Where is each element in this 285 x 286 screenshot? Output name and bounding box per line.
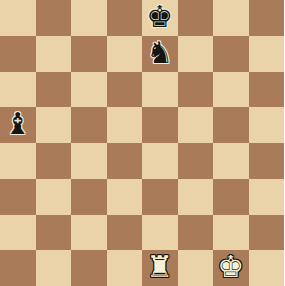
- square-h5[interactable]: [249, 107, 285, 143]
- square-g5[interactable]: [213, 107, 249, 143]
- square-d4[interactable]: [107, 143, 143, 179]
- white-rook[interactable]: ♜: [146, 252, 173, 282]
- square-h8[interactable]: [249, 0, 285, 36]
- square-h1[interactable]: [249, 250, 285, 286]
- square-f7[interactable]: [178, 36, 214, 72]
- square-d5[interactable]: [107, 107, 143, 143]
- chess-board: ♚♞♝♜♚: [0, 0, 284, 286]
- square-b1[interactable]: [36, 250, 72, 286]
- square-b4[interactable]: [36, 143, 72, 179]
- square-d6[interactable]: [107, 72, 143, 108]
- square-a4[interactable]: [0, 143, 36, 179]
- square-a3[interactable]: [0, 179, 36, 215]
- square-b2[interactable]: [36, 215, 72, 251]
- square-c6[interactable]: [71, 72, 107, 108]
- square-c1[interactable]: [71, 250, 107, 286]
- chess-board-area: ♚♞♝♜♚: [0, 0, 284, 286]
- square-e6[interactable]: [142, 72, 178, 108]
- square-c5[interactable]: [71, 107, 107, 143]
- square-a5[interactable]: ♝: [0, 107, 36, 143]
- square-e7[interactable]: ♞: [142, 36, 178, 72]
- square-f3[interactable]: [178, 179, 214, 215]
- black-bishop[interactable]: ♝: [4, 109, 31, 139]
- black-knight[interactable]: ♞: [146, 38, 173, 68]
- square-c3[interactable]: [71, 179, 107, 215]
- square-h3[interactable]: [249, 179, 285, 215]
- square-e5[interactable]: [142, 107, 178, 143]
- square-e3[interactable]: [142, 179, 178, 215]
- square-c4[interactable]: [71, 143, 107, 179]
- square-g3[interactable]: [213, 179, 249, 215]
- square-e4[interactable]: [142, 143, 178, 179]
- square-h7[interactable]: [249, 36, 285, 72]
- square-a1[interactable]: [0, 250, 36, 286]
- square-a6[interactable]: [0, 72, 36, 108]
- square-c8[interactable]: [71, 0, 107, 36]
- square-e1[interactable]: ♜: [142, 250, 178, 286]
- square-h2[interactable]: [249, 215, 285, 251]
- square-f1[interactable]: [178, 250, 214, 286]
- square-f5[interactable]: [178, 107, 214, 143]
- black-king[interactable]: ♚: [146, 2, 173, 32]
- square-e2[interactable]: [142, 215, 178, 251]
- square-f4[interactable]: [178, 143, 214, 179]
- square-h6[interactable]: [249, 72, 285, 108]
- square-h4[interactable]: [249, 143, 285, 179]
- square-g2[interactable]: [213, 215, 249, 251]
- square-c7[interactable]: [71, 36, 107, 72]
- square-d1[interactable]: [107, 250, 143, 286]
- square-a2[interactable]: [0, 215, 36, 251]
- square-d7[interactable]: [107, 36, 143, 72]
- square-g6[interactable]: [213, 72, 249, 108]
- square-e8[interactable]: ♚: [142, 0, 178, 36]
- square-b5[interactable]: [36, 107, 72, 143]
- white-king[interactable]: ♚: [217, 252, 244, 282]
- square-c2[interactable]: [71, 215, 107, 251]
- square-d2[interactable]: [107, 215, 143, 251]
- square-a8[interactable]: [0, 0, 36, 36]
- square-g8[interactable]: [213, 0, 249, 36]
- square-a7[interactable]: [0, 36, 36, 72]
- square-g4[interactable]: [213, 143, 249, 179]
- square-g1[interactable]: ♚: [213, 250, 249, 286]
- square-f6[interactable]: [178, 72, 214, 108]
- square-g7[interactable]: [213, 36, 249, 72]
- square-b8[interactable]: [36, 0, 72, 36]
- square-b7[interactable]: [36, 36, 72, 72]
- square-f2[interactable]: [178, 215, 214, 251]
- square-d3[interactable]: [107, 179, 143, 215]
- square-f8[interactable]: [178, 0, 214, 36]
- square-b3[interactable]: [36, 179, 72, 215]
- square-b6[interactable]: [36, 72, 72, 108]
- square-d8[interactable]: [107, 0, 143, 36]
